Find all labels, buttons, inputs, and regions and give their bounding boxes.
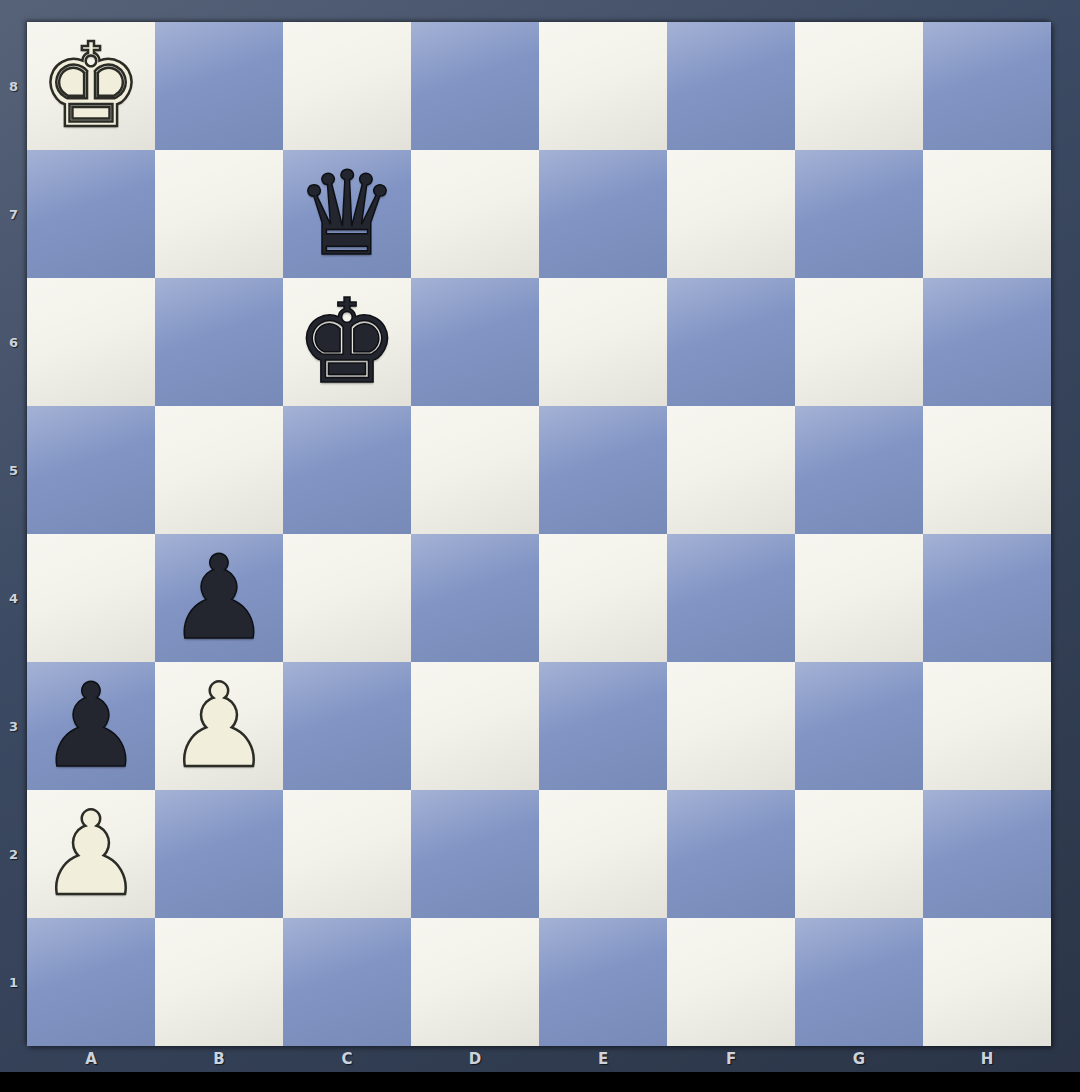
square-h4[interactable] [923,534,1051,662]
square-a3[interactable]: ♟ [27,662,155,790]
square-g2[interactable] [795,790,923,918]
piece-black-queen[interactable]: ♛ [283,150,411,278]
square-e3[interactable] [539,662,667,790]
file-label-a: A [27,1046,155,1072]
rank-label-8: 8 [0,22,27,150]
square-b6[interactable] [155,278,283,406]
square-g3[interactable] [795,662,923,790]
square-f3[interactable] [667,662,795,790]
square-f5[interactable] [667,406,795,534]
square-f6[interactable] [667,278,795,406]
square-c4[interactable] [283,534,411,662]
square-g8[interactable] [795,22,923,150]
square-b4[interactable]: ♟ [155,534,283,662]
square-e7[interactable] [539,150,667,278]
square-b7[interactable] [155,150,283,278]
square-e8[interactable] [539,22,667,150]
square-e5[interactable] [539,406,667,534]
square-b5[interactable] [155,406,283,534]
rank-label-7: 7 [0,150,27,278]
square-d2[interactable] [411,790,539,918]
square-d8[interactable] [411,22,539,150]
file-label-g: G [795,1046,923,1072]
square-f8[interactable] [667,22,795,150]
square-d6[interactable] [411,278,539,406]
rank-label-4: 4 [0,534,27,662]
square-a2[interactable]: ♟ [27,790,155,918]
square-f4[interactable] [667,534,795,662]
piece-white-king[interactable]: ♚ [27,22,155,150]
square-e1[interactable] [539,918,667,1046]
square-e6[interactable] [539,278,667,406]
file-label-d: D [411,1046,539,1072]
square-g4[interactable] [795,534,923,662]
rank-label-2: 2 [0,790,27,918]
file-label-c: C [283,1046,411,1072]
piece-white-pawn[interactable]: ♟ [155,662,283,790]
square-c6[interactable]: ♚ [283,278,411,406]
file-label-e: E [539,1046,667,1072]
square-h8[interactable] [923,22,1051,150]
square-c8[interactable] [283,22,411,150]
square-f7[interactable] [667,150,795,278]
square-c1[interactable] [283,918,411,1046]
square-h6[interactable] [923,278,1051,406]
rank-label-1: 1 [0,918,27,1046]
rank-label-5: 5 [0,406,27,534]
square-g6[interactable] [795,278,923,406]
piece-black-pawn[interactable]: ♟ [155,534,283,662]
square-g5[interactable] [795,406,923,534]
square-f1[interactable] [667,918,795,1046]
square-d3[interactable] [411,662,539,790]
chess-board: ♚♛♚♟♟♟♟ [27,22,1051,1046]
square-a1[interactable] [27,918,155,1046]
square-h5[interactable] [923,406,1051,534]
square-b1[interactable] [155,918,283,1046]
square-d4[interactable] [411,534,539,662]
piece-black-king[interactable]: ♚ [283,278,411,406]
square-g1[interactable] [795,918,923,1046]
piece-black-pawn[interactable]: ♟ [27,662,155,790]
square-a7[interactable] [27,150,155,278]
file-label-h: H [923,1046,1051,1072]
square-h7[interactable] [923,150,1051,278]
square-f2[interactable] [667,790,795,918]
square-a8[interactable]: ♚ [27,22,155,150]
square-a6[interactable] [27,278,155,406]
square-g7[interactable] [795,150,923,278]
rank-label-6: 6 [0,278,27,406]
rank-label-3: 3 [0,662,27,790]
square-h1[interactable] [923,918,1051,1046]
bottom-black-strip [0,1072,1080,1092]
square-h2[interactable] [923,790,1051,918]
square-e2[interactable] [539,790,667,918]
square-d1[interactable] [411,918,539,1046]
file-label-b: B [155,1046,283,1072]
square-h3[interactable] [923,662,1051,790]
piece-white-pawn[interactable]: ♟ [27,790,155,918]
square-a4[interactable] [27,534,155,662]
square-c7[interactable]: ♛ [283,150,411,278]
square-c2[interactable] [283,790,411,918]
square-c5[interactable] [283,406,411,534]
square-b8[interactable] [155,22,283,150]
file-label-f: F [667,1046,795,1072]
square-b3[interactable]: ♟ [155,662,283,790]
square-e4[interactable] [539,534,667,662]
square-a5[interactable] [27,406,155,534]
square-b2[interactable] [155,790,283,918]
square-d7[interactable] [411,150,539,278]
square-d5[interactable] [411,406,539,534]
square-c3[interactable] [283,662,411,790]
